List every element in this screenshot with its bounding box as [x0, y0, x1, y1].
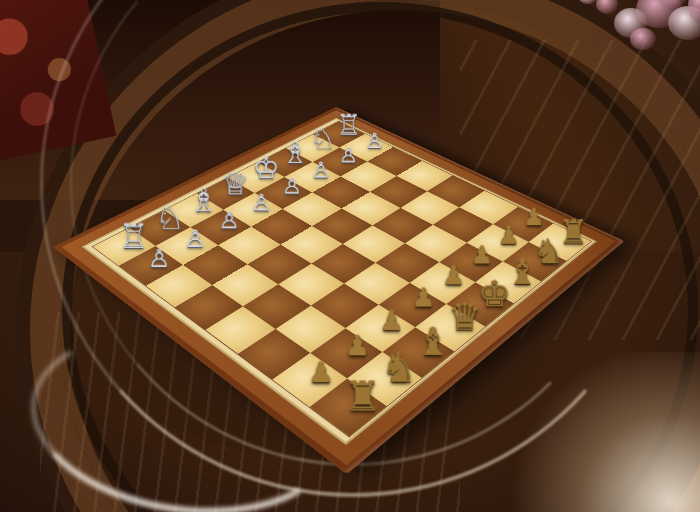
piece-white-knight-g1[interactable]: ♘: [310, 124, 336, 153]
piece-black-rook-a8[interactable]: ♜: [344, 375, 381, 416]
square-b5[interactable]: [243, 284, 311, 329]
piece-white-rook-a1[interactable]: ♖: [119, 220, 149, 253]
piece-white-pawn-b2[interactable]: ♙: [184, 227, 206, 251]
square-a1[interactable]: ♖: [93, 228, 156, 266]
piece-black-pawn-f7[interactable]: ♟: [471, 243, 493, 268]
piece-white-bishop-f1[interactable]: ♗: [282, 138, 308, 167]
piece-white-pawn-c2[interactable]: ♙: [219, 209, 240, 233]
piece-white-bishop-c1[interactable]: ♗: [189, 184, 217, 216]
piece-white-knight-b1[interactable]: ♘: [155, 202, 184, 235]
piece-white-pawn-f2[interactable]: ♙: [311, 159, 331, 181]
piece-white-king-e1[interactable]: ♔: [253, 153, 280, 183]
piece-white-pawn-g2[interactable]: ♙: [339, 145, 358, 166]
piece-white-pawn-h2[interactable]: ♙: [365, 131, 384, 152]
piece-white-pawn-a2[interactable]: ♙: [148, 246, 170, 271]
piece-black-bishop-f8[interactable]: ♝: [507, 254, 539, 289]
piece-black-pawn-c7[interactable]: ♟: [379, 307, 403, 334]
piece-black-knight-b8[interactable]: ♞: [381, 348, 417, 388]
piece-black-pawn-b7[interactable]: ♟: [345, 332, 370, 360]
glass-glare-corner: [490, 352, 700, 512]
piece-black-king-e8[interactable]: ♚: [478, 275, 511, 311]
piece-black-pawn-e7[interactable]: ♟: [442, 263, 465, 289]
piece-white-rook-h1[interactable]: ♖: [336, 111, 361, 139]
piece-black-pawn-a7[interactable]: ♟: [308, 358, 334, 387]
piece-white-pawn-d2[interactable]: ♙: [251, 191, 272, 214]
piece-black-queen-d8[interactable]: ♛: [448, 298, 482, 335]
piece-black-pawn-h7[interactable]: ♟: [523, 206, 544, 229]
piece-black-bishop-c8[interactable]: ♝: [416, 322, 451, 361]
piece-white-queen-d1[interactable]: ♕: [222, 168, 250, 199]
piece-white-pawn-e2[interactable]: ♙: [282, 175, 302, 197]
piece-black-pawn-d7[interactable]: ♟: [412, 285, 436, 311]
piece-black-pawn-g7[interactable]: ♟: [498, 224, 520, 248]
